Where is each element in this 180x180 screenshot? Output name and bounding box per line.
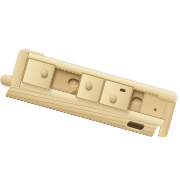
wood-knot [154,108,158,112]
photo-background [0,0,180,180]
peg-knob[interactable] [109,93,118,102]
peg-knob[interactable] [40,69,49,78]
slider-vent-slot [120,88,127,92]
slider-removal-slot [126,121,145,131]
peg-knob[interactable] [84,81,93,90]
slide-puzzle-board [6,50,172,142]
